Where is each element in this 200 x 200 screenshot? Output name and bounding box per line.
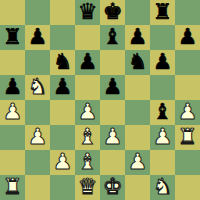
square-g7[interactable] bbox=[150, 25, 175, 50]
square-h2[interactable] bbox=[175, 150, 200, 175]
white-pawn-piece[interactable]: ♟ bbox=[178, 99, 198, 124]
square-b4[interactable] bbox=[25, 100, 50, 125]
white-pawn-piece[interactable]: ♟ bbox=[103, 124, 123, 149]
black-pawn-piece[interactable]: ♟ bbox=[128, 24, 148, 49]
square-d5[interactable] bbox=[75, 75, 100, 100]
square-g4[interactable]: ♝ bbox=[150, 100, 175, 125]
square-b3[interactable]: ♟ bbox=[25, 125, 50, 150]
square-c6[interactable]: ♞ bbox=[50, 50, 75, 75]
square-f1[interactable] bbox=[125, 175, 150, 200]
square-b6[interactable] bbox=[25, 50, 50, 75]
white-rook-piece[interactable]: ♜ bbox=[178, 124, 198, 149]
white-pawn-piece[interactable]: ♟ bbox=[78, 99, 98, 124]
black-pawn-piece[interactable]: ♟ bbox=[78, 49, 98, 74]
square-f4[interactable] bbox=[125, 100, 150, 125]
square-g1[interactable]: ♞ bbox=[150, 175, 175, 200]
square-c5[interactable]: ♟ bbox=[50, 75, 75, 100]
square-b1[interactable] bbox=[25, 175, 50, 200]
black-bishop-piece[interactable]: ♝ bbox=[153, 99, 173, 124]
white-pawn-piece[interactable]: ♟ bbox=[128, 149, 148, 174]
white-bishop-piece[interactable]: ♝ bbox=[78, 124, 98, 149]
square-h1[interactable] bbox=[175, 175, 200, 200]
square-e7[interactable]: ♝ bbox=[100, 25, 125, 50]
square-d3[interactable]: ♝ bbox=[75, 125, 100, 150]
black-pawn-piece[interactable]: ♟ bbox=[3, 74, 23, 99]
white-pawn-piece[interactable]: ♟ bbox=[53, 149, 73, 174]
square-c3[interactable] bbox=[50, 125, 75, 150]
square-e3[interactable]: ♟ bbox=[100, 125, 125, 150]
square-f6[interactable]: ♞ bbox=[125, 50, 150, 75]
square-d2[interactable]: ♝ bbox=[75, 150, 100, 175]
square-a2[interactable] bbox=[0, 150, 25, 175]
chess-board: ♛♚♜♜♟♝♟♟♞♟♞♟♟♞♟♟♟♟♝♟♟♝♟♟♜♟♝♟♜♛♚♞ bbox=[0, 0, 200, 200]
white-queen-piece[interactable]: ♛ bbox=[78, 174, 98, 199]
square-a3[interactable] bbox=[0, 125, 25, 150]
square-g6[interactable]: ♟ bbox=[150, 50, 175, 75]
square-e4[interactable] bbox=[100, 100, 125, 125]
square-a7[interactable]: ♜ bbox=[0, 25, 25, 50]
square-h3[interactable]: ♜ bbox=[175, 125, 200, 150]
square-b2[interactable] bbox=[25, 150, 50, 175]
black-pawn-piece[interactable]: ♟ bbox=[153, 49, 173, 74]
square-d1[interactable]: ♛ bbox=[75, 175, 100, 200]
square-f5[interactable] bbox=[125, 75, 150, 100]
square-c1[interactable] bbox=[50, 175, 75, 200]
square-f7[interactable]: ♟ bbox=[125, 25, 150, 50]
square-f8[interactable] bbox=[125, 0, 150, 25]
square-g2[interactable] bbox=[150, 150, 175, 175]
square-b7[interactable]: ♟ bbox=[25, 25, 50, 50]
square-a5[interactable]: ♟ bbox=[0, 75, 25, 100]
white-king-piece[interactable]: ♚ bbox=[103, 174, 123, 199]
square-a1[interactable]: ♜ bbox=[0, 175, 25, 200]
square-a4[interactable]: ♟ bbox=[0, 100, 25, 125]
square-d4[interactable]: ♟ bbox=[75, 100, 100, 125]
square-c4[interactable] bbox=[50, 100, 75, 125]
white-knight-piece[interactable]: ♞ bbox=[153, 174, 173, 199]
square-h8[interactable] bbox=[175, 0, 200, 25]
black-bishop-piece[interactable]: ♝ bbox=[103, 24, 123, 49]
square-g8[interactable]: ♜ bbox=[150, 0, 175, 25]
white-knight-piece[interactable]: ♞ bbox=[28, 74, 48, 99]
square-e8[interactable]: ♚ bbox=[100, 0, 125, 25]
square-b8[interactable] bbox=[25, 0, 50, 25]
square-c7[interactable] bbox=[50, 25, 75, 50]
square-d6[interactable]: ♟ bbox=[75, 50, 100, 75]
white-pawn-piece[interactable]: ♟ bbox=[153, 124, 173, 149]
black-knight-piece[interactable]: ♞ bbox=[53, 49, 73, 74]
black-knight-piece[interactable]: ♞ bbox=[128, 49, 148, 74]
black-pawn-piece[interactable]: ♟ bbox=[28, 24, 48, 49]
square-c8[interactable] bbox=[50, 0, 75, 25]
square-a6[interactable] bbox=[0, 50, 25, 75]
square-e5[interactable]: ♟ bbox=[100, 75, 125, 100]
square-h7[interactable]: ♟ bbox=[175, 25, 200, 50]
square-c2[interactable]: ♟ bbox=[50, 150, 75, 175]
square-h4[interactable]: ♟ bbox=[175, 100, 200, 125]
square-b5[interactable]: ♞ bbox=[25, 75, 50, 100]
white-pawn-piece[interactable]: ♟ bbox=[3, 99, 23, 124]
black-rook-piece[interactable]: ♜ bbox=[3, 24, 23, 49]
square-h5[interactable] bbox=[175, 75, 200, 100]
black-pawn-piece[interactable]: ♟ bbox=[103, 74, 123, 99]
square-g3[interactable]: ♟ bbox=[150, 125, 175, 150]
black-king-piece[interactable]: ♚ bbox=[103, 0, 123, 24]
square-d8[interactable]: ♛ bbox=[75, 0, 100, 25]
black-pawn-piece[interactable]: ♟ bbox=[53, 74, 73, 99]
square-e1[interactable]: ♚ bbox=[100, 175, 125, 200]
square-g5[interactable] bbox=[150, 75, 175, 100]
white-bishop-piece[interactable]: ♝ bbox=[78, 149, 98, 174]
square-a8[interactable] bbox=[0, 0, 25, 25]
square-e2[interactable] bbox=[100, 150, 125, 175]
black-rook-piece[interactable]: ♜ bbox=[153, 0, 173, 24]
white-pawn-piece[interactable]: ♟ bbox=[28, 124, 48, 149]
white-rook-piece[interactable]: ♜ bbox=[3, 174, 23, 199]
square-f3[interactable] bbox=[125, 125, 150, 150]
square-f2[interactable]: ♟ bbox=[125, 150, 150, 175]
black-queen-piece[interactable]: ♛ bbox=[78, 0, 98, 24]
square-e6[interactable] bbox=[100, 50, 125, 75]
black-pawn-piece[interactable]: ♟ bbox=[178, 24, 198, 49]
square-d7[interactable] bbox=[75, 25, 100, 50]
square-h6[interactable] bbox=[175, 50, 200, 75]
